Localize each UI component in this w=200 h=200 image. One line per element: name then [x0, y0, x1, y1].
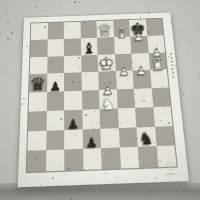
square-g4[interactable] [134, 88, 153, 107]
square-g2[interactable]: ♞ [136, 126, 156, 147]
piece-white-pawn-g7[interactable]: ♟ [133, 30, 146, 54]
square-c7[interactable] [64, 38, 81, 56]
piece-black-bishop-d7[interactable]: ♝ [82, 41, 96, 56]
square-c1[interactable] [64, 149, 83, 171]
piece-white-knight-e3[interactable]: ♞ [101, 96, 117, 129]
square-c4[interactable] [64, 91, 82, 110]
square-h2[interactable] [154, 126, 174, 147]
square-b6[interactable] [47, 56, 64, 74]
square-a3[interactable] [28, 111, 46, 131]
square-a1[interactable] [27, 150, 46, 172]
piece-white-queen-e7[interactable]: ♛ [97, 21, 115, 55]
square-f5[interactable]: ♟ [115, 71, 133, 90]
square-b7[interactable] [47, 39, 64, 57]
chessboard: ♚♝♛♝♟♟♛♟♚♟♟♜♟♟♞♟♞ [26, 18, 178, 173]
square-g3[interactable] [135, 107, 154, 127]
square-h5[interactable]: ♜ [150, 69, 169, 88]
square-a8[interactable] [31, 23, 48, 40]
piece-white-pawn-g5[interactable]: ♟ [135, 64, 148, 89]
square-c8[interactable] [64, 22, 81, 39]
square-b3[interactable] [46, 110, 64, 130]
square-g7[interactable]: ♟ [130, 36, 148, 54]
square-b1[interactable] [46, 150, 65, 172]
photo-background: ♚♝♛♝♟♟♛♟♚♟♟♜♟♟♞♟♞ ♘ [0, 0, 200, 200]
square-e3[interactable]: ♞ [100, 108, 119, 128]
chess-board-sheet: ♚♝♛♝♟♟♛♟♚♟♟♜♟♟♞♟♞ ♘ [18, 12, 189, 187]
square-a5[interactable]: ♛ [29, 74, 47, 93]
square-c5[interactable] [64, 73, 81, 92]
piece-black-queen-a5[interactable]: ♛ [29, 75, 46, 94]
piece-white-rook-h5[interactable]: ♜ [150, 58, 167, 89]
square-d1[interactable] [83, 148, 102, 170]
square-e1[interactable] [101, 148, 120, 170]
square-b4[interactable] [46, 91, 64, 110]
square-b5[interactable]: ♟ [47, 73, 64, 92]
square-c2[interactable] [64, 129, 82, 150]
square-g5[interactable]: ♟ [133, 70, 152, 89]
square-a7[interactable] [30, 39, 47, 57]
square-d7[interactable]: ♝ [80, 38, 97, 56]
square-a2[interactable] [27, 130, 46, 151]
square-f2[interactable] [118, 127, 137, 148]
square-h3[interactable] [153, 106, 173, 126]
piece-white-bishop-f7[interactable]: ♝ [115, 26, 130, 55]
square-h8[interactable] [145, 19, 163, 36]
square-d8[interactable] [80, 21, 97, 38]
piece-black-pawn-b5[interactable]: ♟ [49, 80, 61, 93]
square-d3[interactable] [82, 109, 100, 129]
square-f7[interactable]: ♝ [114, 36, 132, 54]
piece-black-pawn-d2[interactable]: ♟ [85, 136, 98, 151]
square-g1[interactable] [138, 146, 158, 168]
square-a4[interactable] [29, 92, 47, 111]
square-b8[interactable] [47, 22, 64, 39]
piece-black-knight-g2[interactable]: ♞ [138, 130, 154, 148]
square-f3[interactable] [117, 108, 136, 128]
square-d6[interactable] [81, 54, 98, 72]
square-c6[interactable] [64, 55, 81, 73]
square-d5[interactable] [81, 72, 99, 91]
piece-white-pawn-f5[interactable]: ♟ [118, 65, 131, 90]
board-logo-icon: ♘ [164, 159, 176, 173]
square-b2[interactable] [46, 130, 64, 151]
square-c3[interactable]: ♟ [64, 109, 82, 129]
square-d2[interactable]: ♟ [82, 128, 101, 149]
square-f1[interactable] [119, 147, 139, 169]
piece-black-pawn-c3[interactable]: ♟ [67, 117, 79, 131]
square-e2[interactable] [100, 128, 119, 149]
square-f4[interactable] [116, 89, 135, 108]
board-edge-print [170, 53, 175, 79]
square-h4[interactable] [151, 88, 170, 107]
square-d4[interactable] [81, 90, 99, 109]
board-tilt-wrapper: ♚♝♛♝♟♟♛♟♚♟♟♜♟♟♞♟♞ ♘ [18, 12, 189, 187]
